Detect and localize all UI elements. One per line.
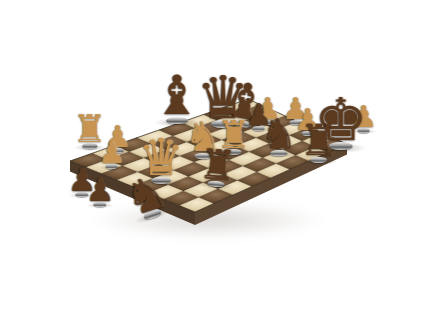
chess-pieces-layer: ♝♛♝♟♞♜♜♚♟♟♞♜♟♟♛♞♜♟♟♟♟ [0,0,423,317]
chess-piece-light-pawn: ♟ [99,138,126,168]
dark-rook-glyph: ♜ [300,119,339,162]
wobble-chess-set-photo: ♝♛♝♟♞♜♜♚♟♟♞♜♟♟♛♞♜♟♟♟♟ [0,0,423,317]
chess-piece-dark-rook: ♜ [300,119,339,162]
light-pawn-glyph: ♟ [99,138,126,168]
chess-piece-dark-rook: ♜ [198,144,238,188]
chess-piece-dark-knight: ♞ [261,114,298,155]
dark-rook-glyph: ♜ [198,144,238,188]
dark-knight-glyph: ♞ [261,114,298,155]
chess-piece-dark-pawn: ♟ [86,174,115,206]
dark-pawn-glyph: ♟ [86,174,115,206]
